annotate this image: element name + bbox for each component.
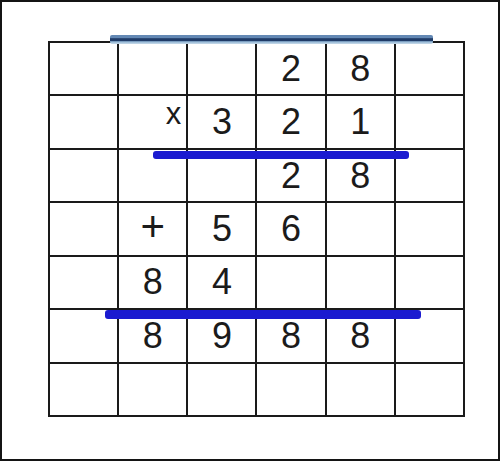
- plus-operator-cell: +: [119, 203, 188, 256]
- empty-cell-r2c1: [50, 96, 119, 149]
- digit-cell-r2c5: 1: [327, 96, 396, 149]
- empty-cell-r4c6: [396, 203, 465, 256]
- digit-cell-r4c3: 5: [188, 203, 257, 256]
- empty-cell-r7c6: [396, 364, 465, 417]
- empty-cell-r1c3: [188, 43, 257, 96]
- digit-cell-r1c4: 2: [257, 43, 326, 96]
- empty-cell-r7c5: [327, 364, 396, 417]
- total-answer-line: [105, 310, 421, 319]
- empty-cell-r7c4: [257, 364, 326, 417]
- partial-product-answer-line: [153, 151, 409, 159]
- empty-cell-r3c1: [50, 150, 119, 203]
- empty-cell-r1c2: [119, 43, 188, 96]
- digit-cell-r2c4: 2: [257, 96, 326, 149]
- empty-cell-r1c6: [396, 43, 465, 96]
- empty-cell-r7c3: [188, 364, 257, 417]
- multiply-operator-cell: x: [119, 96, 188, 149]
- digit-cell-r4c4: 6: [257, 203, 326, 256]
- empty-cell-r5c1: [50, 257, 119, 310]
- empty-cell-r4c5: [327, 203, 396, 256]
- digit-cell-r5c3: 4: [188, 257, 257, 310]
- empty-cell-r4c1: [50, 203, 119, 256]
- empty-cell-r5c5: [327, 257, 396, 310]
- empty-cell-r1c1: [50, 43, 119, 96]
- empty-cell-r7c2: [119, 364, 188, 417]
- empty-cell-r5c6: [396, 257, 465, 310]
- empty-cell-r2c6: [396, 96, 465, 149]
- worksheet-image-frame: 28x32128+56848988: [0, 0, 500, 461]
- empty-cell-r5c4: [257, 257, 326, 310]
- digit-cell-r5c2: 8: [119, 257, 188, 310]
- empty-cell-r7c1: [50, 364, 119, 417]
- top-ruled-line: [110, 35, 433, 44]
- digit-cell-r1c5: 8: [327, 43, 396, 96]
- multiplication-grid: 28x32128+56848988: [48, 41, 465, 417]
- digit-cell-r2c3: 3: [188, 96, 257, 149]
